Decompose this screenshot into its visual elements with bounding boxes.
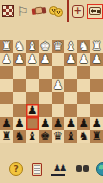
board-button[interactable] — [2, 5, 14, 17]
square-f2[interactable]: ♟ — [26, 53, 39, 66]
square-b3[interactable] — [77, 66, 90, 79]
square-f4[interactable] — [26, 79, 39, 92]
square-h8[interactable]: ♜ — [0, 130, 13, 143]
players-button[interactable]: ♟♟ — [51, 163, 67, 176]
square-h4[interactable] — [0, 79, 13, 92]
square-c4[interactable] — [64, 79, 77, 92]
square-c3[interactable] — [64, 66, 77, 79]
piece-white-pawn: ♟ — [91, 53, 101, 66]
square-f1[interactable]: ♝ — [26, 40, 39, 53]
square-a4[interactable] — [90, 79, 103, 92]
piece-black-rook: ♜ — [1, 130, 11, 143]
binoculars-button[interactable] — [76, 165, 89, 173]
square-d4[interactable]: ♟ — [52, 79, 65, 92]
piece-white-bishop: ♝ — [27, 40, 37, 53]
bottom-toolbar: ? ♟♟ — [0, 159, 103, 179]
piece-black-knight: ♞ — [79, 130, 89, 143]
square-f3[interactable] — [26, 66, 39, 79]
piece-white-rook: ♜ — [91, 40, 101, 53]
square-g2[interactable]: ♟ — [13, 53, 26, 66]
piece-white-pawn: ♟ — [53, 79, 63, 92]
piece-black-queen: ♛ — [53, 130, 63, 143]
square-g8[interactable]: ♞ — [13, 130, 26, 143]
square-e5[interactable] — [39, 92, 52, 105]
controller-button[interactable] — [87, 4, 103, 19]
piece-white-queen: ♛ — [53, 40, 63, 53]
piece-black-king: ♚ — [40, 130, 50, 143]
piece-white-pawn: ♟ — [1, 53, 11, 66]
draw-button[interactable] — [32, 7, 46, 15]
square-a3[interactable] — [90, 66, 103, 79]
resign-button[interactable]: ⚐ — [17, 5, 29, 18]
square-c5[interactable] — [64, 92, 77, 105]
square-a2[interactable]: ♟ — [90, 53, 103, 66]
square-b8[interactable]: ♞ — [77, 130, 90, 143]
square-d2[interactable] — [52, 53, 65, 66]
square-b2[interactable]: ♟ — [77, 53, 90, 66]
square-c2[interactable]: ♟ — [64, 53, 77, 66]
square-e4[interactable] — [39, 79, 52, 92]
square-c1[interactable]: ♝ — [64, 40, 77, 53]
square-d3[interactable] — [52, 66, 65, 79]
toolbar-divider — [67, 0, 69, 22]
piece-white-king: ♚ — [40, 40, 50, 53]
square-h1[interactable]: ♜ — [0, 40, 13, 53]
piece-black-pawn: ♟ — [27, 104, 37, 117]
square-a1[interactable]: ♜ — [90, 40, 103, 53]
handshake-icon — [31, 6, 46, 16]
help-button[interactable]: ? — [9, 162, 23, 176]
top-toolbar: ⚐ + — [0, 0, 103, 22]
square-e2[interactable]: ♟ — [39, 53, 52, 66]
piece-white-rook: ♜ — [1, 40, 11, 53]
piece-white-pawn: ♟ — [14, 53, 24, 66]
piece-black-knight: ♞ — [14, 130, 24, 143]
faces-button[interactable] — [49, 6, 64, 17]
square-e1[interactable]: ♚ — [39, 40, 52, 53]
square-a8[interactable]: ♜ — [90, 130, 103, 143]
piece-white-knight: ♞ — [79, 40, 89, 53]
piece-white-pawn: ♟ — [66, 53, 76, 66]
square-f6[interactable]: ♟ — [26, 104, 39, 117]
square-h5[interactable] — [0, 92, 13, 105]
piece-white-pawn: ♟ — [79, 53, 89, 66]
chessboard-icon — [2, 5, 14, 17]
square-e3[interactable] — [39, 66, 52, 79]
clipboard-button[interactable] — [32, 163, 42, 176]
square-d8[interactable]: ♛ — [52, 130, 65, 143]
controller-icon — [89, 7, 101, 15]
piece-white-knight: ♞ — [14, 40, 24, 53]
piece-white-pawn: ♟ — [40, 53, 50, 66]
new-game-button[interactable]: + — [72, 5, 84, 18]
square-c8[interactable]: ♝ — [64, 130, 77, 143]
square-b5[interactable] — [77, 92, 90, 105]
square-g4[interactable] — [13, 79, 26, 92]
chess-board: ♜♞♝♚♛♝♞♜♟♟♟♟♟♟♟♟♟♟♟♟♟♟♟♟♜♞♝♚♛♝♞♜ — [0, 40, 103, 143]
square-b4[interactable] — [77, 79, 90, 92]
square-g5[interactable] — [13, 92, 26, 105]
square-h3[interactable] — [0, 66, 13, 79]
piece-black-bishop: ♝ — [27, 130, 37, 143]
piece-white-pawn: ♟ — [27, 53, 37, 66]
piece-white-bishop: ♝ — [66, 40, 76, 53]
flag-icon: ⚐ — [17, 5, 29, 18]
square-f8[interactable]: ♝ — [26, 130, 39, 143]
square-g1[interactable]: ♞ — [13, 40, 26, 53]
square-e8[interactable]: ♚ — [39, 130, 52, 143]
globe-button[interactable] — [96, 162, 103, 176]
smileys-icon — [49, 6, 64, 17]
square-d1[interactable]: ♛ — [52, 40, 65, 53]
square-a5[interactable] — [90, 92, 103, 105]
piece-black-rook: ♜ — [91, 130, 101, 143]
square-d5[interactable] — [52, 92, 65, 105]
piece-black-bishop: ♝ — [66, 130, 76, 143]
square-b1[interactable]: ♞ — [77, 40, 90, 53]
square-h2[interactable]: ♟ — [0, 53, 13, 66]
square-g3[interactable] — [13, 66, 26, 79]
